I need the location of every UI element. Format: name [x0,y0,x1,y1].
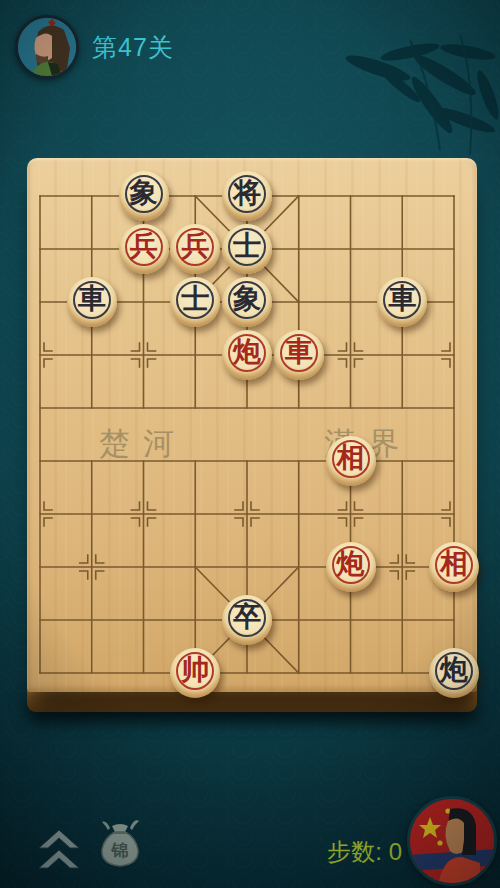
piece-black[interactable]: 士 [170,277,220,327]
bamboo-decoration [340,30,500,160]
piece-black[interactable]: 象 [222,277,272,327]
steps-label: 步数: [327,838,382,865]
piece-red[interactable]: 炮 [326,542,376,592]
player-avatar-image [18,18,78,78]
piece-red[interactable]: 炮 [222,330,272,380]
money-bag-icon: 锦 [92,816,148,872]
piece-red[interactable]: 相 [429,542,479,592]
piece-black[interactable]: 卒 [222,595,272,645]
piece-black[interactable]: 炮 [429,648,479,698]
piece-red[interactable]: 兵 [170,224,220,274]
board-front-edge [27,690,477,712]
reward-bag-button[interactable]: 锦 [92,816,148,872]
piece-black[interactable]: 車 [67,277,117,327]
player-avatar[interactable] [15,15,79,79]
piece-red[interactable]: 車 [274,330,324,380]
steps-counter: 步数: 0 [327,836,402,868]
xiangqi-board[interactable]: 楚河 漢界 象将兵兵士車士象車炮車相炮相卒帅炮 [27,158,477,692]
bag-label: 锦 [111,841,129,860]
app-root: 第47关 楚河 漢界 象将兵兵士車士象車炮車相炮相卒帅炮 锦 步数: 0 [0,0,500,888]
piece-black[interactable]: 将 [222,171,272,221]
piece-red[interactable]: 相 [326,436,376,486]
chevron-double-up-icon [34,826,84,876]
piece-black[interactable]: 象 [119,171,169,221]
river-label-left: 楚河 [99,426,187,461]
opponent-avatar[interactable] [407,796,497,886]
piece-red[interactable]: 兵 [119,224,169,274]
piece-red[interactable]: 帅 [170,648,220,698]
piece-black[interactable]: 士 [222,224,272,274]
steps-value: 0 [389,838,402,865]
level-title: 第47关 [92,31,174,64]
opponent-avatar-image [410,799,496,885]
collapse-menu-button[interactable] [34,826,84,876]
piece-black[interactable]: 車 [377,277,427,327]
